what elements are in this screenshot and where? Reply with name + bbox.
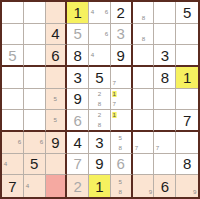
- cell-r3c6[interactable]: 9: [111, 45, 133, 67]
- cell-r5c9[interactable]: [176, 89, 198, 111]
- cell-r5c3[interactable]: 5: [46, 89, 68, 111]
- pencil-marks: 7: [111, 67, 131, 88]
- cell-r1c9[interactable]: 5: [176, 2, 198, 24]
- pencil-mark-6: 6: [39, 139, 43, 145]
- cell-value-given: 3: [161, 48, 169, 63]
- cell-r5c6[interactable]: 17: [111, 89, 133, 111]
- cell-r4c7[interactable]: [133, 67, 155, 89]
- cell-r7c9[interactable]: [176, 132, 198, 154]
- pencil-marks: 6: [24, 132, 45, 153]
- cell-r2c4[interactable]: 5: [67, 24, 89, 46]
- pencil-marks: 1: [111, 110, 131, 130]
- cell-r2c2[interactable]: [24, 24, 46, 46]
- cell-r2c5[interactable]: 6: [89, 24, 111, 46]
- pencil-marks: 8: [133, 24, 154, 45]
- pencil-mark-6: 6: [104, 9, 108, 15]
- pencil-mark-4: 4: [3, 161, 7, 167]
- cell-r7c7[interactable]: 7: [133, 132, 155, 154]
- cell-r6c6[interactable]: 1: [111, 110, 133, 132]
- selected-cell-r9c3[interactable]: [46, 175, 68, 197]
- cell-r6c1[interactable]: [2, 110, 24, 132]
- cell-value-user: 3: [117, 26, 125, 41]
- cell-value-user: 7: [74, 156, 82, 171]
- pencil-mark-5: 5: [119, 179, 123, 185]
- cell-r1c8[interactable]: [154, 2, 176, 24]
- cell-r2c6[interactable]: 3: [111, 24, 133, 46]
- cell-value-given: 4: [74, 135, 82, 150]
- cell-value-given: 7: [8, 179, 16, 194]
- cell-r3c1[interactable]: 5: [2, 45, 24, 67]
- pencil-mark-8: 8: [119, 145, 123, 151]
- cell-r3c8[interactable]: 3: [154, 45, 176, 67]
- cell-r2c3[interactable]: 4: [46, 24, 68, 46]
- pencil-mark-9: 9: [148, 189, 152, 195]
- cell-r9c9[interactable]: 9: [176, 175, 198, 197]
- cell-r6c3[interactable]: 5: [46, 110, 68, 132]
- cell-r3c7[interactable]: [133, 45, 155, 67]
- pencil-mark-5: 5: [119, 135, 123, 141]
- cell-r1c4[interactable]: 1: [67, 2, 89, 24]
- pencil-mark-8: 8: [119, 189, 123, 195]
- pencil-marks: 8: [133, 2, 154, 23]
- cell-r5c7[interactable]: [133, 89, 155, 111]
- cell-r6c7[interactable]: [133, 110, 155, 132]
- cell-r1c3[interactable]: [46, 2, 68, 24]
- cell-r5c8[interactable]: [154, 89, 176, 111]
- cell-value-given: 5: [183, 5, 191, 20]
- pencil-marks: 4: [89, 45, 110, 65]
- cell-r1c5[interactable]: 46: [89, 2, 111, 24]
- cell-r9c6[interactable]: 58: [111, 175, 133, 197]
- pencil-marks: 9: [133, 175, 154, 197]
- cell-value-given: 6: [51, 48, 59, 63]
- cell-r2c7[interactable]: 8: [133, 24, 155, 46]
- cell-r7c3[interactable]: 9: [46, 132, 68, 154]
- pencil-marks: 9: [176, 175, 198, 197]
- cell-r8c8[interactable]: [154, 154, 176, 176]
- cell-r3c9[interactable]: [176, 45, 198, 67]
- pencil-mark-5: 5: [53, 117, 57, 123]
- pencil-mark-7: 7: [112, 101, 116, 107]
- pencil-marks: 17: [111, 89, 131, 110]
- cell-r7c2[interactable]: 6: [24, 132, 46, 154]
- cell-r4c5[interactable]: 5: [89, 67, 111, 89]
- cell-value-given: 2: [117, 5, 125, 20]
- pencil-mark-8: 8: [141, 36, 145, 42]
- cell-r8c5[interactable]: 9: [89, 154, 111, 176]
- pencil-mark-8: 8: [97, 122, 101, 128]
- cell-value-given: 6: [161, 179, 169, 194]
- cell-value-given: 9: [74, 91, 82, 106]
- pencil-marks: 7: [133, 132, 154, 153]
- cell-value-given: 8: [161, 70, 169, 85]
- cell-r7c1[interactable]: 6: [2, 132, 24, 154]
- cell-r9c2[interactable]: 4: [24, 175, 46, 197]
- pencil-marks: 5: [46, 89, 66, 110]
- cell-r2c9[interactable]: [176, 24, 198, 46]
- cell-r7c5[interactable]: 3: [89, 132, 111, 154]
- pencil-mark-7: 7: [112, 80, 116, 86]
- pencil-marks: 28: [89, 110, 110, 130]
- pencil-mark-7: 7: [156, 145, 160, 151]
- pencil-marks: 4: [2, 154, 23, 175]
- cell-r6c4[interactable]: 6: [67, 110, 89, 132]
- cell-r3c3[interactable]: 6: [46, 45, 68, 67]
- cell-value-user: 5: [8, 48, 16, 63]
- cell-r1c7[interactable]: 8: [133, 2, 155, 24]
- pencil-mark-6: 6: [17, 139, 21, 145]
- cell-value-given: 8: [74, 48, 82, 63]
- cell-r5c5[interactable]: 28: [89, 89, 111, 111]
- pencil-mark-8: 8: [141, 15, 145, 21]
- cell-r8c4[interactable]: 7: [67, 154, 89, 176]
- cell-r5c1[interactable]: [2, 89, 24, 111]
- sudoku-board: 1462854563856849335781592817562817669435…: [0, 0, 200, 199]
- cell-r8c6[interactable]: 6: [111, 154, 133, 176]
- pencil-marks: 28: [89, 89, 110, 110]
- cell-r5c4[interactable]: 9: [67, 89, 89, 111]
- cell-r4c6[interactable]: 7: [111, 67, 133, 89]
- pencil-mark-2: 2: [97, 91, 101, 97]
- cell-r9c8[interactable]: 6: [154, 175, 176, 197]
- cell-r1c1[interactable]: [2, 2, 24, 24]
- pencil-mark-1-highlighted: 1: [112, 112, 116, 118]
- pencil-mark-1-highlighted: 1: [112, 91, 116, 97]
- cell-r8c9[interactable]: 8: [176, 154, 198, 176]
- pencil-mark-6: 6: [104, 31, 108, 37]
- cell-r6c8[interactable]: [154, 110, 176, 132]
- cell-r6c2[interactable]: [24, 110, 46, 132]
- cell-value-given: 9: [117, 48, 125, 63]
- cell-value-given: 5: [95, 70, 103, 85]
- cell-r8c2[interactable]: 5: [24, 154, 46, 176]
- cell-r8c7[interactable]: [133, 154, 155, 176]
- pencil-mark-4: 4: [25, 183, 29, 189]
- cell-value-given: 3: [95, 135, 103, 150]
- pencil-marks: 7: [154, 132, 175, 153]
- cell-value-user: 5: [74, 26, 82, 41]
- cell-r4c8[interactable]: 8: [154, 67, 176, 89]
- cell-value-given: 1: [74, 5, 82, 20]
- cell-value-user: 2: [74, 179, 82, 194]
- cell-r4c9[interactable]: 1: [176, 67, 198, 89]
- cell-r7c6[interactable]: 58: [111, 132, 133, 154]
- cell-r9c4[interactable]: 2: [67, 175, 89, 197]
- cell-r4c1[interactable]: [2, 67, 24, 89]
- cell-value-given: 4: [51, 26, 59, 41]
- cell-r4c3[interactable]: [46, 67, 68, 89]
- pencil-mark-9: 9: [192, 189, 196, 195]
- cell-r8c1[interactable]: 4: [2, 154, 24, 176]
- cell-value-given: 5: [30, 156, 38, 171]
- pencil-marks: 5: [46, 110, 66, 130]
- cell-r1c2[interactable]: [24, 2, 46, 24]
- cell-r3c2[interactable]: [24, 45, 46, 67]
- cell-r2c1[interactable]: [2, 24, 24, 46]
- cell-r3c5[interactable]: 4: [89, 45, 111, 67]
- cell-value-given: 1: [95, 179, 103, 194]
- cell-r5c2[interactable]: [24, 89, 46, 111]
- cell-r7c4[interactable]: 4: [67, 132, 89, 154]
- pencil-mark-2: 2: [97, 112, 101, 118]
- cell-value-given: 8: [183, 156, 191, 171]
- cell-r4c4[interactable]: 3: [67, 67, 89, 89]
- cell-value-user: 6: [117, 156, 125, 171]
- cell-r2c8[interactable]: [154, 24, 176, 46]
- cell-r9c5[interactable]: 1: [89, 175, 111, 197]
- pencil-mark-8: 8: [97, 101, 101, 107]
- cell-r9c1[interactable]: 7: [2, 175, 24, 197]
- cell-r4c2[interactable]: [24, 67, 46, 89]
- cell-r9c7[interactable]: 9: [133, 175, 155, 197]
- pencil-marks: 6: [2, 132, 23, 153]
- pencil-marks: 4: [24, 175, 45, 197]
- pencil-marks: 58: [111, 175, 131, 197]
- pencil-mark-5: 5: [53, 96, 57, 102]
- cell-r6c5[interactable]: 28: [89, 110, 111, 132]
- pencil-marks: 6: [89, 24, 110, 45]
- pencil-marks: 58: [111, 132, 131, 153]
- cell-r1c6[interactable]: 2: [111, 2, 133, 24]
- cell-value-given: 3: [74, 70, 82, 85]
- cell-value-given: 9: [51, 135, 59, 150]
- pencil-marks: 46: [89, 2, 110, 23]
- pencil-mark-4: 4: [90, 9, 94, 15]
- cell-r7c8[interactable]: 7: [154, 132, 176, 154]
- cell-r3c4[interactable]: 8: [67, 45, 89, 67]
- cell-value-user: 6: [74, 113, 82, 128]
- pencil-mark-4: 4: [90, 52, 94, 58]
- pencil-mark-7: 7: [134, 145, 138, 151]
- cell-r6c9[interactable]: 7: [176, 110, 198, 132]
- cell-r8c3[interactable]: [46, 154, 68, 176]
- cell-value-given: 1: [183, 70, 191, 85]
- cell-value-given: 9: [95, 156, 103, 171]
- cell-value-given: 7: [183, 113, 191, 128]
